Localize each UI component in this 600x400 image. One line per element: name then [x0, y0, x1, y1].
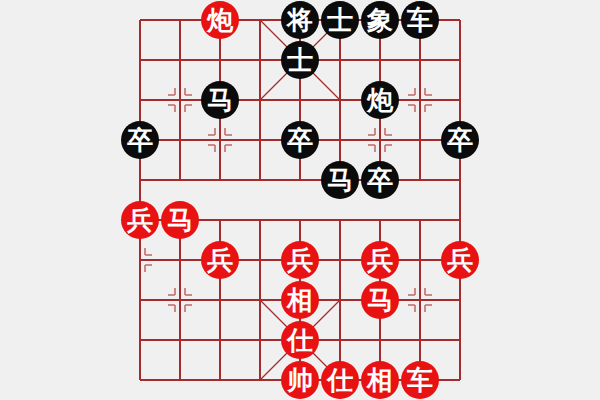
piece-red-pawn[interactable]: 兵: [281, 241, 319, 279]
piece-glyph: 士: [327, 7, 353, 33]
xiangqi-board: 炮将士象车士马炮卒卒卒马卒兵马兵兵兵兵相马仕帅仕相车: [0, 0, 600, 400]
piece-red-pawn[interactable]: 兵: [361, 241, 399, 279]
piece-black-chariot[interactable]: 车: [401, 1, 439, 39]
piece-glyph: 象: [367, 7, 393, 33]
piece-glyph: 卒: [367, 167, 393, 193]
piece-black-horse[interactable]: 马: [201, 81, 239, 119]
piece-glyph: 炮: [207, 7, 233, 33]
piece-glyph: 炮: [367, 87, 393, 113]
piece-glyph: 将: [287, 7, 313, 33]
piece-black-elephant[interactable]: 象: [361, 1, 399, 39]
piece-glyph: 车: [407, 7, 433, 33]
piece-black-general[interactable]: 将: [281, 1, 319, 39]
piece-glyph: 兵: [367, 247, 393, 273]
piece-glyph: 兵: [127, 207, 153, 233]
pieces-layer: 炮将士象车士马炮卒卒卒马卒兵马兵兵兵兵相马仕帅仕相车: [120, 0, 480, 400]
piece-glyph: 卒: [447, 127, 473, 153]
piece-glyph: 兵: [287, 247, 313, 273]
piece-glyph: 仕: [327, 367, 353, 393]
piece-red-pawn[interactable]: 兵: [121, 201, 159, 239]
piece-red-pawn[interactable]: 兵: [201, 241, 239, 279]
piece-red-elephant[interactable]: 相: [361, 361, 399, 399]
piece-glyph: 车: [407, 367, 433, 393]
piece-glyph: 兵: [207, 247, 233, 273]
piece-glyph: 帅: [287, 367, 313, 393]
piece-red-king[interactable]: 帅: [281, 361, 319, 399]
piece-glyph: 卒: [127, 127, 153, 153]
piece-black-advisor[interactable]: 士: [321, 1, 359, 39]
piece-glyph: 马: [367, 287, 393, 313]
piece-glyph: 马: [207, 87, 233, 113]
piece-black-soldier[interactable]: 卒: [121, 121, 159, 159]
piece-black-advisor[interactable]: 士: [281, 41, 319, 79]
piece-black-soldier[interactable]: 卒: [281, 121, 319, 159]
piece-black-horse[interactable]: 马: [321, 161, 359, 199]
piece-red-advisor[interactable]: 仕: [281, 321, 319, 359]
piece-black-soldier[interactable]: 卒: [361, 161, 399, 199]
piece-red-cannon[interactable]: 炮: [201, 1, 239, 39]
piece-glyph: 相: [287, 287, 313, 313]
piece-black-cannon[interactable]: 炮: [361, 81, 399, 119]
piece-red-pawn[interactable]: 兵: [441, 241, 479, 279]
piece-glyph: 士: [287, 47, 313, 73]
piece-glyph: 仕: [287, 327, 313, 353]
piece-glyph: 兵: [447, 247, 473, 273]
piece-red-horse[interactable]: 马: [361, 281, 399, 319]
piece-red-elephant[interactable]: 相: [281, 281, 319, 319]
piece-red-chariot[interactable]: 车: [401, 361, 439, 399]
piece-black-soldier[interactable]: 卒: [441, 121, 479, 159]
piece-red-advisor[interactable]: 仕: [321, 361, 359, 399]
piece-red-horse[interactable]: 马: [161, 201, 199, 239]
piece-glyph: 卒: [287, 127, 313, 153]
piece-glyph: 相: [367, 367, 393, 393]
piece-glyph: 马: [327, 167, 353, 193]
piece-glyph: 马: [167, 207, 193, 233]
